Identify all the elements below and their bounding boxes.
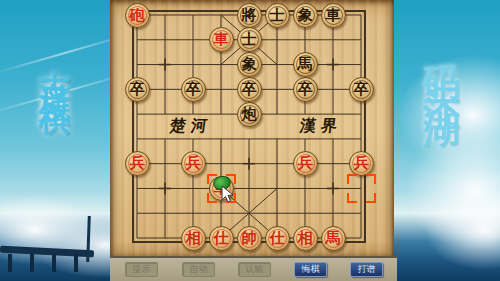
piece-black-general[interactable]: 將 [237,3,262,28]
button-notation[interactable]: 打谱 [350,262,383,277]
toolbar: 提示自动认输悔棋打谱 [110,256,397,281]
title-left-vertical: 古谱残棋 [34,46,76,90]
piece-red-cannon[interactable]: 砲 [125,3,150,28]
piece-red-advisor[interactable]: 仕 [265,226,290,251]
pier-silhouette [0,238,110,281]
piece-red-soldier[interactable]: 兵 [349,151,374,176]
xiangqi-board[interactable]: 楚河 漢界 砲將士象車車士象馬卒卒卒卒卒炮兵兵兵兵車相仕帥仕相馬 [110,0,394,256]
piece-black-chariot[interactable]: 車 [321,3,346,28]
piece-black-advisor[interactable]: 士 [265,3,290,28]
piece-red-horse[interactable]: 馬 [321,226,346,251]
piece-red-advisor[interactable]: 仕 [209,226,234,251]
title-right-vertical: 码头江湖 [417,36,467,96]
button-auto[interactable]: 自动 [182,262,215,277]
button-undo[interactable]: 悔棋 [294,262,327,277]
piece-black-cannon[interactable]: 炮 [237,102,262,127]
piece-black-soldier[interactable]: 卒 [349,77,374,102]
button-hint[interactable]: 提示 [125,262,158,277]
piece-black-elephant[interactable]: 象 [293,3,318,28]
piece-black-soldier[interactable]: 卒 [293,77,318,102]
button-resign[interactable]: 认输 [238,262,271,277]
piece-black-elephant[interactable]: 象 [237,52,262,77]
piece-red-general[interactable]: 帥 [237,226,262,251]
game-window: 古谱残棋 码头江湖 楚河 漢界 砲將士象車車士象馬卒卒卒卒卒炮兵兵兵兵車相仕帥仕… [0,0,500,281]
piece-red-chariot[interactable]: 車 [209,176,234,201]
piece-red-elephant[interactable]: 相 [181,226,206,251]
piece-red-elephant[interactable]: 相 [293,226,318,251]
piece-red-chariot[interactable]: 車 [209,27,234,52]
piece-black-horse[interactable]: 馬 [293,52,318,77]
piece-black-soldier[interactable]: 卒 [181,77,206,102]
piece-black-soldier[interactable]: 卒 [237,77,262,102]
piece-red-soldier[interactable]: 兵 [125,151,150,176]
piece-black-advisor[interactable]: 士 [237,27,262,52]
piece-red-soldier[interactable]: 兵 [293,151,318,176]
piece-black-soldier[interactable]: 卒 [125,77,150,102]
piece-red-soldier[interactable]: 兵 [181,151,206,176]
